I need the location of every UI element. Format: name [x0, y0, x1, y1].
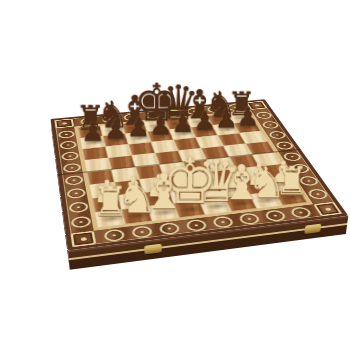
rosette-ornament: [157, 222, 180, 235]
rosette-ornament: [61, 151, 79, 161]
rosette-ornament: [288, 206, 312, 219]
chess-set-scene: ♜♞♝♚♛♝♞♜♟♟♟♟♟♟♟♟♟♟♟♟♟♟♟♟♜♞♝♚♛♝♞♜: [0, 0, 350, 350]
pawn-glyph: ♟: [193, 108, 216, 134]
pawn-glyph: ♟: [127, 114, 151, 141]
rook-glyph: ♜: [92, 182, 129, 223]
pawn-glyph: ♟: [171, 110, 195, 136]
rosette-ornament: [211, 215, 235, 228]
rosette-ornament: [68, 201, 89, 213]
pawn-glyph: ♟: [215, 106, 238, 132]
brass-clasp-right: [305, 224, 322, 234]
brass-clasp-left: [145, 244, 163, 255]
corner-medallion: [54, 119, 74, 129]
rosette-ornament: [59, 140, 77, 149]
photo-canvas: ♜♞♝♚♛♝♞♜♟♟♟♟♟♟♟♟♟♟♟♟♟♟♟♟♜♞♝♚♛♝♞♜: [0, 0, 350, 350]
corner-medallion: [70, 231, 96, 247]
rosette-ornament: [66, 187, 86, 199]
rosette-ornament: [103, 228, 125, 242]
rosette-ornament: [64, 175, 83, 186]
pawn-glyph: ♟: [236, 104, 259, 130]
rosette-ornament: [263, 209, 287, 222]
pawn-glyph: ♟: [104, 117, 128, 144]
rosette-ornament: [130, 225, 153, 239]
pawn-glyph: ♟: [149, 112, 173, 138]
chess-board: ♜♞♝♚♛♝♞♜♟♟♟♟♟♟♟♟♟♟♟♟♟♟♟♟♜♞♝♚♛♝♞♜: [51, 99, 349, 250]
pawn-glyph: ♟: [81, 119, 105, 146]
rosette-ornament: [70, 215, 91, 228]
corner-medallion: [313, 202, 342, 217]
rosette-ornament: [57, 130, 74, 139]
rosette-ornament: [184, 219, 207, 232]
rosette-ornament: [237, 212, 261, 225]
